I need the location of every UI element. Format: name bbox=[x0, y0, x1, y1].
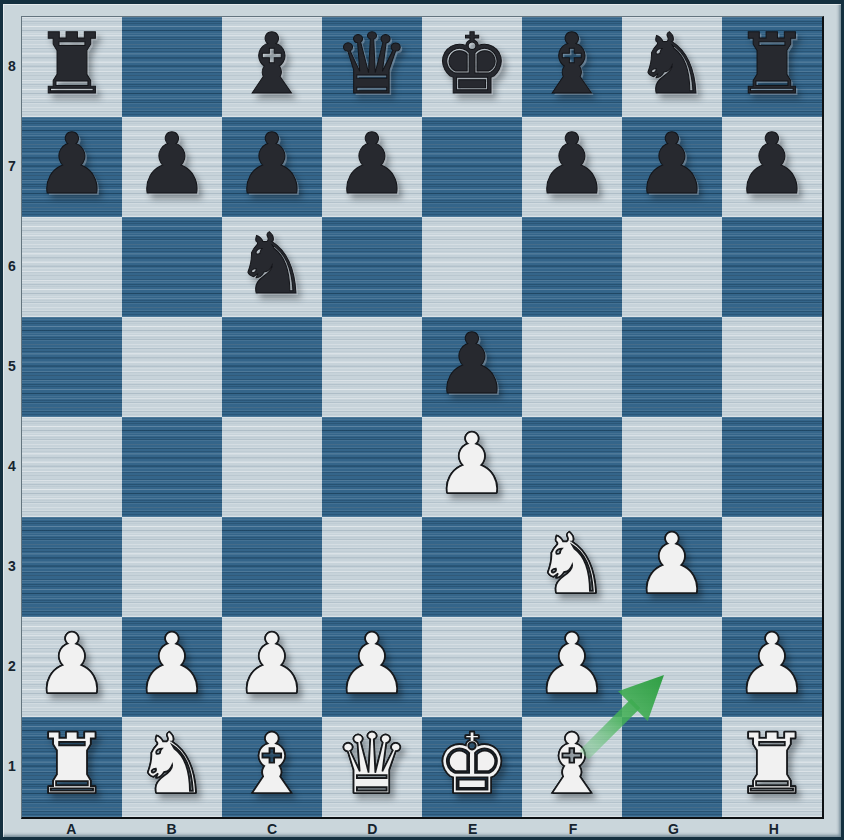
square-e3[interactable] bbox=[422, 517, 522, 617]
square-a8[interactable]: ♜ bbox=[22, 17, 122, 117]
square-c4[interactable] bbox=[222, 417, 322, 517]
board-margin-panel: 87654321 ♜♝♛♚♝♞♜♟︎♟︎♟︎♟︎♟︎♟︎♟︎♞♟︎♟︎♞♟︎♟︎… bbox=[3, 4, 841, 837]
square-d3[interactable] bbox=[322, 517, 422, 617]
square-f8[interactable]: ♝ bbox=[522, 17, 622, 117]
file-label-b: B bbox=[121, 819, 221, 839]
square-g7[interactable]: ♟︎ bbox=[622, 117, 722, 217]
square-f7[interactable]: ♟︎ bbox=[522, 117, 622, 217]
square-b4[interactable] bbox=[122, 417, 222, 517]
square-h1[interactable]: ♜ bbox=[722, 717, 822, 817]
piece-black-bishop[interactable]: ♝ bbox=[522, 17, 622, 117]
square-d7[interactable]: ♟︎ bbox=[322, 117, 422, 217]
rank-label-1: 1 bbox=[3, 716, 21, 816]
piece-white-queen[interactable]: ♛ bbox=[322, 717, 422, 817]
piece-black-king[interactable]: ♚ bbox=[422, 17, 522, 117]
square-b2[interactable]: ♟︎ bbox=[122, 617, 222, 717]
rank-label-7: 7 bbox=[3, 116, 21, 216]
square-d5[interactable] bbox=[322, 317, 422, 417]
piece-white-pawn[interactable]: ♟︎ bbox=[222, 617, 322, 717]
file-label-a: A bbox=[21, 819, 121, 839]
square-e4[interactable]: ♟︎ bbox=[422, 417, 522, 517]
file-label-h: H bbox=[724, 819, 824, 839]
square-f2[interactable]: ♟︎ bbox=[522, 617, 622, 717]
square-b8[interactable] bbox=[122, 17, 222, 117]
file-label-f: F bbox=[523, 819, 623, 839]
piece-black-pawn[interactable]: ♟︎ bbox=[22, 117, 122, 217]
square-b3[interactable] bbox=[122, 517, 222, 617]
square-h3[interactable] bbox=[722, 517, 822, 617]
chess-app-window: 87654321 ♜♝♛♚♝♞♜♟︎♟︎♟︎♟︎♟︎♟︎♟︎♞♟︎♟︎♞♟︎♟︎… bbox=[0, 0, 844, 840]
square-g5[interactable] bbox=[622, 317, 722, 417]
file-label-g: G bbox=[623, 819, 723, 839]
square-c7[interactable]: ♟︎ bbox=[222, 117, 322, 217]
square-b7[interactable]: ♟︎ bbox=[122, 117, 222, 217]
file-label-c: C bbox=[222, 819, 322, 839]
piece-white-pawn[interactable]: ♟︎ bbox=[322, 617, 422, 717]
square-a2[interactable]: ♟︎ bbox=[22, 617, 122, 717]
file-labels: ABCDEFGH bbox=[21, 819, 824, 839]
square-c1[interactable]: ♝ bbox=[222, 717, 322, 817]
square-g6[interactable] bbox=[622, 217, 722, 317]
square-b5[interactable] bbox=[122, 317, 222, 417]
piece-black-pawn[interactable]: ♟︎ bbox=[722, 117, 822, 217]
square-f4[interactable] bbox=[522, 417, 622, 517]
square-a4[interactable] bbox=[22, 417, 122, 517]
square-h6[interactable] bbox=[722, 217, 822, 317]
piece-black-knight[interactable]: ♞ bbox=[222, 217, 322, 317]
piece-white-pawn[interactable]: ♟︎ bbox=[622, 517, 722, 617]
square-a1[interactable]: ♜ bbox=[22, 717, 122, 817]
square-h7[interactable]: ♟︎ bbox=[722, 117, 822, 217]
square-b6[interactable] bbox=[122, 217, 222, 317]
piece-white-rook[interactable]: ♜ bbox=[722, 717, 822, 817]
square-d2[interactable]: ♟︎ bbox=[322, 617, 422, 717]
square-f6[interactable] bbox=[522, 217, 622, 317]
square-g1[interactable] bbox=[622, 717, 722, 817]
piece-white-bishop[interactable]: ♝ bbox=[522, 717, 622, 817]
piece-white-pawn[interactable]: ♟︎ bbox=[422, 417, 522, 517]
rank-label-5: 5 bbox=[3, 316, 21, 416]
piece-white-bishop[interactable]: ♝ bbox=[222, 717, 322, 817]
file-label-d: D bbox=[322, 819, 422, 839]
square-c5[interactable] bbox=[222, 317, 322, 417]
piece-white-pawn[interactable]: ♟︎ bbox=[522, 617, 622, 717]
square-h2[interactable]: ♟︎ bbox=[722, 617, 822, 717]
piece-white-rook[interactable]: ♜ bbox=[22, 717, 122, 817]
piece-white-pawn[interactable]: ♟︎ bbox=[22, 617, 122, 717]
square-h4[interactable] bbox=[722, 417, 822, 517]
piece-white-knight[interactable]: ♞ bbox=[522, 517, 622, 617]
square-d1[interactable]: ♛ bbox=[322, 717, 422, 817]
piece-white-knight[interactable]: ♞ bbox=[122, 717, 222, 817]
square-e1[interactable]: ♚ bbox=[422, 717, 522, 817]
square-c3[interactable] bbox=[222, 517, 322, 617]
piece-black-queen[interactable]: ♛ bbox=[322, 17, 422, 117]
square-d8[interactable]: ♛ bbox=[322, 17, 422, 117]
piece-black-pawn[interactable]: ♟︎ bbox=[422, 317, 522, 417]
square-g4[interactable] bbox=[622, 417, 722, 517]
piece-black-bishop[interactable]: ♝ bbox=[222, 17, 322, 117]
piece-white-pawn[interactable]: ♟︎ bbox=[122, 617, 222, 717]
piece-black-knight[interactable]: ♞ bbox=[622, 17, 722, 117]
square-g2[interactable] bbox=[622, 617, 722, 717]
piece-white-pawn[interactable]: ♟︎ bbox=[722, 617, 822, 717]
piece-black-rook[interactable]: ♜ bbox=[722, 17, 822, 117]
square-b1[interactable]: ♞ bbox=[122, 717, 222, 817]
square-a6[interactable] bbox=[22, 217, 122, 317]
square-e6[interactable] bbox=[422, 217, 522, 317]
square-c8[interactable]: ♝ bbox=[222, 17, 322, 117]
rank-label-2: 2 bbox=[3, 616, 21, 716]
rank-labels: 87654321 bbox=[3, 16, 21, 816]
piece-black-pawn[interactable]: ♟︎ bbox=[322, 117, 422, 217]
square-g3[interactable]: ♟︎ bbox=[622, 517, 722, 617]
square-e7[interactable] bbox=[422, 117, 522, 217]
square-f5[interactable] bbox=[522, 317, 622, 417]
rank-label-4: 4 bbox=[3, 416, 21, 516]
square-e2[interactable] bbox=[422, 617, 522, 717]
square-d6[interactable] bbox=[322, 217, 422, 317]
square-c2[interactable]: ♟︎ bbox=[222, 617, 322, 717]
square-h8[interactable]: ♜ bbox=[722, 17, 822, 117]
square-e8[interactable]: ♚ bbox=[422, 17, 522, 117]
rank-label-8: 8 bbox=[3, 16, 21, 116]
square-c6[interactable]: ♞ bbox=[222, 217, 322, 317]
piece-black-pawn[interactable]: ♟︎ bbox=[122, 117, 222, 217]
file-label-e: E bbox=[423, 819, 523, 839]
square-e5[interactable]: ♟︎ bbox=[422, 317, 522, 417]
piece-black-pawn[interactable]: ♟︎ bbox=[222, 117, 322, 217]
rank-label-6: 6 bbox=[3, 216, 21, 316]
piece-black-rook[interactable]: ♜ bbox=[22, 17, 122, 117]
square-a5[interactable] bbox=[22, 317, 122, 417]
piece-black-pawn[interactable]: ♟︎ bbox=[522, 117, 622, 217]
board: ♜♝♛♚♝♞♜♟︎♟︎♟︎♟︎♟︎♟︎♟︎♞♟︎♟︎♞♟︎♟︎♟︎♟︎♟︎♟︎♟… bbox=[21, 16, 824, 819]
piece-black-pawn[interactable]: ♟︎ bbox=[622, 117, 722, 217]
square-h5[interactable] bbox=[722, 317, 822, 417]
square-g8[interactable]: ♞ bbox=[622, 17, 722, 117]
square-a3[interactable] bbox=[22, 517, 122, 617]
square-d4[interactable] bbox=[322, 417, 422, 517]
square-f1[interactable]: ♝ bbox=[522, 717, 622, 817]
rank-label-3: 3 bbox=[3, 516, 21, 616]
piece-white-king[interactable]: ♚ bbox=[422, 717, 522, 817]
square-f3[interactable]: ♞ bbox=[522, 517, 622, 617]
square-a7[interactable]: ♟︎ bbox=[22, 117, 122, 217]
